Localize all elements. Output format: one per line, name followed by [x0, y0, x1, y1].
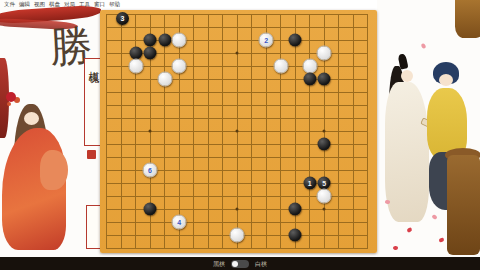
grid-cell [309, 157, 324, 170]
grid-cell [324, 27, 339, 40]
grid-cell [179, 157, 194, 170]
grid-cell [164, 14, 179, 27]
grid-cell [266, 118, 281, 131]
star-point [323, 130, 326, 133]
grid-cell [150, 14, 165, 27]
grid-cell [121, 27, 136, 40]
red-seal-stamp [87, 150, 96, 159]
white-stone [273, 59, 288, 74]
grid-cell [121, 144, 136, 157]
grid-cell [179, 196, 194, 209]
grid-cell [222, 53, 237, 66]
move-number-label: 6 [148, 167, 152, 174]
grid-cell [237, 209, 252, 222]
black-stone [289, 203, 302, 216]
grid-cell [179, 92, 194, 105]
right-artwork-panel [377, 0, 480, 257]
grid-cell [280, 183, 295, 196]
white-side-label: 白棋 [255, 261, 267, 267]
grid-cell [295, 92, 310, 105]
white-stone [172, 59, 187, 74]
grid-cell [222, 92, 237, 105]
grid-cell [324, 105, 339, 118]
wooden-bowl-art [455, 0, 480, 38]
grid-cell [106, 105, 121, 118]
grid-cell [106, 144, 121, 157]
grid-cell [121, 118, 136, 131]
move-number-label: 4 [177, 219, 181, 226]
go-board[interactable]: 3 26154 [100, 10, 377, 253]
grid-cell [208, 92, 223, 105]
calligraphy-banner-lower [86, 205, 101, 249]
grid-cell [237, 66, 252, 79]
grid-cell [164, 144, 179, 157]
grid-cell [251, 66, 266, 79]
grid-cell [106, 222, 121, 235]
grid-cell [237, 27, 252, 40]
grid-cell [193, 14, 208, 27]
grid-cell [324, 118, 339, 131]
black-stone [318, 138, 331, 151]
girl-sleeve-art [40, 150, 68, 190]
grid-cell [295, 144, 310, 157]
grid-cell [222, 183, 237, 196]
grid-cell [353, 183, 368, 196]
cherry-petal-art [431, 214, 437, 220]
grid-cell [208, 53, 223, 66]
grid-cell [208, 27, 223, 40]
grid-cell [324, 157, 339, 170]
white-stone [302, 59, 317, 74]
banner-text: 棋魂 [85, 62, 100, 66]
grid-cell [324, 222, 339, 235]
grid-cell [280, 157, 295, 170]
grid-cell [164, 170, 179, 183]
grid-cell [338, 131, 353, 144]
grid-cell [295, 157, 310, 170]
black-stone [318, 73, 331, 86]
grid-cell [222, 209, 237, 222]
grid-cell [295, 105, 310, 118]
grid-cell [251, 209, 266, 222]
grid-cell [164, 183, 179, 196]
black-stone [289, 34, 302, 47]
grid-cell [251, 222, 266, 235]
grid-cell [135, 183, 150, 196]
star-point [236, 130, 239, 133]
grid-cell [121, 131, 136, 144]
grid-cell [295, 14, 310, 27]
grid-cell [135, 131, 150, 144]
grid-cell [179, 79, 194, 92]
grid-cell [266, 235, 281, 248]
grid-cell [251, 92, 266, 105]
grid-cell [179, 14, 194, 27]
grid-cell [106, 209, 121, 222]
grid-cell [121, 183, 136, 196]
black-stone [144, 203, 157, 216]
grid-cell [193, 209, 208, 222]
sai-eboshi-hat-art [398, 53, 409, 69]
grid-cell [237, 40, 252, 53]
grid-cell [266, 183, 281, 196]
grid-cell [106, 92, 121, 105]
grid-cell [164, 196, 179, 209]
grid-cell [251, 14, 266, 27]
cherry-petal-art [439, 237, 445, 242]
grid-cell [309, 14, 324, 27]
grid-cell [338, 40, 353, 53]
grid-cell [135, 118, 150, 131]
calligraphy-banner: 棋魂 [84, 58, 101, 146]
grid-cell [237, 131, 252, 144]
black-side-label: 黑棋 [213, 261, 225, 267]
grid-cell [309, 209, 324, 222]
grid-cell [222, 66, 237, 79]
grid-cell [208, 118, 223, 131]
grid-cell [179, 170, 194, 183]
grid-cell [106, 66, 121, 79]
white-stone [317, 189, 332, 204]
grid-cell [237, 170, 252, 183]
grid-cell [237, 144, 252, 157]
grid-cell [150, 92, 165, 105]
grid-cell [266, 131, 281, 144]
grid-cell [135, 144, 150, 157]
cherry-petal-art [406, 227, 412, 233]
grid-cell [338, 66, 353, 79]
grid-cell [353, 79, 368, 92]
grid-cell [280, 92, 295, 105]
menu-item-5[interactable]: 工具 [79, 1, 90, 8]
grid-cell [353, 131, 368, 144]
grid-cell [266, 105, 281, 118]
grid-cell [135, 222, 150, 235]
grid-cell [106, 27, 121, 40]
grid-cell [353, 105, 368, 118]
grid-cell [266, 144, 281, 157]
grid-cell [309, 118, 324, 131]
grid-cell [121, 105, 136, 118]
grid-cell [164, 235, 179, 248]
grid-cell [208, 170, 223, 183]
grid-cell [353, 92, 368, 105]
sai-robe-art [385, 82, 429, 222]
grid-cell [251, 170, 266, 183]
grid-cell [208, 196, 223, 209]
grid-cell [179, 235, 194, 248]
cherry-petal-art [393, 246, 399, 251]
grid-cell [179, 131, 194, 144]
flower-art [6, 92, 16, 102]
black-stone [158, 34, 171, 47]
grid-cell [179, 144, 194, 157]
grid-cell [353, 14, 368, 27]
boy-face-art [439, 74, 453, 86]
grid-cell [338, 144, 353, 157]
grid-cell [193, 40, 208, 53]
white-stone [157, 72, 172, 87]
grid-cell [222, 118, 237, 131]
grid-cell [280, 14, 295, 27]
grid-cell [251, 79, 266, 92]
grid-cell [338, 14, 353, 27]
grid-cell [106, 53, 121, 66]
grid-cell [237, 196, 252, 209]
grid-cell [251, 131, 266, 144]
grid-cell [164, 131, 179, 144]
grid-cell [280, 170, 295, 183]
move-number-label: 2 [264, 37, 268, 44]
grid-cell [324, 209, 339, 222]
grid-cell [164, 92, 179, 105]
grid-cell [208, 105, 223, 118]
grid-cell [338, 222, 353, 235]
grid-cell [222, 14, 237, 27]
grid-cell [338, 27, 353, 40]
grid-cell [251, 118, 266, 131]
grid-cell [338, 209, 353, 222]
grid-cell [208, 144, 223, 157]
bottom-bar: 黑棋 白棋 [0, 257, 480, 270]
grid-cell [251, 157, 266, 170]
grid-cell [193, 157, 208, 170]
grid-cell [280, 131, 295, 144]
grid-cell [251, 144, 266, 157]
grid-cell [251, 53, 266, 66]
grid-cell [338, 196, 353, 209]
grid-cell [135, 105, 150, 118]
grid-cell [353, 235, 368, 248]
grid-cell [150, 131, 165, 144]
grid-cell [106, 183, 121, 196]
white-stone [172, 33, 187, 48]
grid-cell [353, 53, 368, 66]
grid-cell [222, 105, 237, 118]
grid-cell [295, 131, 310, 144]
grid-cell [193, 144, 208, 157]
grid-cell [266, 170, 281, 183]
grid-cell [193, 105, 208, 118]
grid-cell [266, 79, 281, 92]
white-stone [128, 59, 143, 74]
grid-cell [106, 79, 121, 92]
grid-cell [309, 222, 324, 235]
grid-cell [266, 196, 281, 209]
grid-cell [164, 157, 179, 170]
grid-cell [222, 79, 237, 92]
grid-cell [208, 183, 223, 196]
grid-cell [150, 183, 165, 196]
grid-cell [121, 79, 136, 92]
grid-cell [222, 40, 237, 53]
black-stone: 1 [303, 177, 316, 190]
grid-cell [193, 196, 208, 209]
grid-cell [237, 53, 252, 66]
menu-item-0[interactable]: 文件 [4, 1, 15, 8]
grid-cell [193, 118, 208, 131]
grid-cell [353, 209, 368, 222]
grid-cell [150, 105, 165, 118]
grid-cell [222, 170, 237, 183]
star-point [236, 52, 239, 55]
grid-cell [121, 235, 136, 248]
grid-cell [106, 118, 121, 131]
grid-cell [106, 131, 121, 144]
grid-cell [150, 222, 165, 235]
grid-cell [280, 144, 295, 157]
grid-cell [135, 92, 150, 105]
grid-cell [222, 144, 237, 157]
grid-cell [208, 131, 223, 144]
grid-cell [222, 196, 237, 209]
grid-cell [353, 144, 368, 157]
grid-cell [353, 66, 368, 79]
menu-item-4[interactable]: 对局 [64, 1, 75, 8]
grid-cell [222, 131, 237, 144]
grid-cell [237, 157, 252, 170]
grid-cell [251, 235, 266, 248]
black-stone [303, 73, 316, 86]
grid-cell [106, 40, 121, 53]
black-stone [144, 47, 157, 60]
grid-cell [106, 170, 121, 183]
grid-cell [150, 235, 165, 248]
grid-cell [266, 14, 281, 27]
menu-item-1[interactable]: 编辑 [19, 1, 30, 8]
grid-cell [121, 196, 136, 209]
grid-cell [280, 79, 295, 92]
grid-cell [208, 66, 223, 79]
white-stone [230, 228, 245, 243]
grid-cell [237, 183, 252, 196]
grid-cell [338, 53, 353, 66]
grid-cell [164, 118, 179, 131]
app-window: 勝 棋魂 文件编辑视图棋盘对局工具窗口帮助 [0, 0, 480, 270]
grid-cell [150, 144, 165, 157]
grid-cell [338, 170, 353, 183]
grid-cell [251, 196, 266, 209]
grid-cell [353, 170, 368, 183]
grid-cell [193, 222, 208, 235]
grid-cell [193, 183, 208, 196]
grid-cell [338, 105, 353, 118]
menu-item-2[interactable]: 视图 [34, 1, 45, 8]
grid-cell [280, 118, 295, 131]
grid-cell [222, 157, 237, 170]
grid-cell [309, 92, 324, 105]
grid-cell [353, 157, 368, 170]
grid-cell [193, 92, 208, 105]
grid-cell [121, 222, 136, 235]
grid-cell [251, 183, 266, 196]
grid-cell [150, 118, 165, 131]
color-toggle[interactable] [231, 260, 249, 268]
star-point [323, 208, 326, 211]
star-point [149, 130, 152, 133]
grid-cell [208, 209, 223, 222]
grid-cell [135, 79, 150, 92]
move-number-label: 5 [322, 180, 326, 187]
grid-cell [193, 235, 208, 248]
grid-cell [208, 235, 223, 248]
grid-cell [353, 40, 368, 53]
grid-cell [121, 209, 136, 222]
grid-cell [121, 157, 136, 170]
grid-cell [135, 235, 150, 248]
grid-cell [208, 40, 223, 53]
grid-cell [208, 222, 223, 235]
grid-cell [324, 92, 339, 105]
menu-item-3[interactable]: 棋盘 [49, 1, 60, 8]
white-stone: 2 [259, 33, 274, 48]
grid-cell [338, 235, 353, 248]
menu-item-7[interactable]: 帮助 [109, 1, 120, 8]
grid-cell [353, 222, 368, 235]
grid-cell [353, 196, 368, 209]
girl-face-art [24, 112, 39, 125]
grid-cell [237, 105, 252, 118]
grid-cell [251, 105, 266, 118]
grid-cell [121, 170, 136, 183]
grid-cell [309, 105, 324, 118]
grid-cell [309, 235, 324, 248]
grid-cell [179, 105, 194, 118]
grid-cell [193, 131, 208, 144]
grid-cell [266, 157, 281, 170]
grid-cell [164, 105, 179, 118]
grid-cell [222, 27, 237, 40]
grid-cell [193, 170, 208, 183]
grid-cell [106, 196, 121, 209]
grid-cell [324, 14, 339, 27]
grid-cell [135, 14, 150, 27]
grid-cell [106, 235, 121, 248]
grid-cell [338, 118, 353, 131]
menu-item-6[interactable]: 窗口 [94, 1, 105, 8]
grid-cell [266, 209, 281, 222]
wooden-stool-art [447, 155, 480, 255]
grid-cell [338, 183, 353, 196]
grid-cell [266, 92, 281, 105]
white-stone [317, 46, 332, 61]
grid-cell [193, 27, 208, 40]
grid-cell [338, 79, 353, 92]
grid-cell [193, 79, 208, 92]
grid-cell [193, 53, 208, 66]
menu-bar: 文件编辑视图棋盘对局工具窗口帮助 [4, 1, 120, 8]
grid-cell [237, 14, 252, 27]
grid-cell [266, 222, 281, 235]
grid-cell [106, 157, 121, 170]
grid-cell [208, 157, 223, 170]
grid-cell [324, 235, 339, 248]
black-stone [289, 229, 302, 242]
grid-cell [237, 92, 252, 105]
white-stone: 6 [143, 163, 158, 178]
grid-cell [353, 27, 368, 40]
grid-cell [338, 92, 353, 105]
left-artwork-panel: 勝 棋魂 [0, 0, 101, 257]
cherry-petal-art [421, 43, 427, 49]
grid-cell [208, 14, 223, 27]
grid-cell [179, 183, 194, 196]
grid-cell [353, 118, 368, 131]
grid-cell [208, 79, 223, 92]
move-number-label: 1 [308, 180, 312, 187]
grid-cell [338, 157, 353, 170]
sai-face-art [401, 70, 413, 82]
